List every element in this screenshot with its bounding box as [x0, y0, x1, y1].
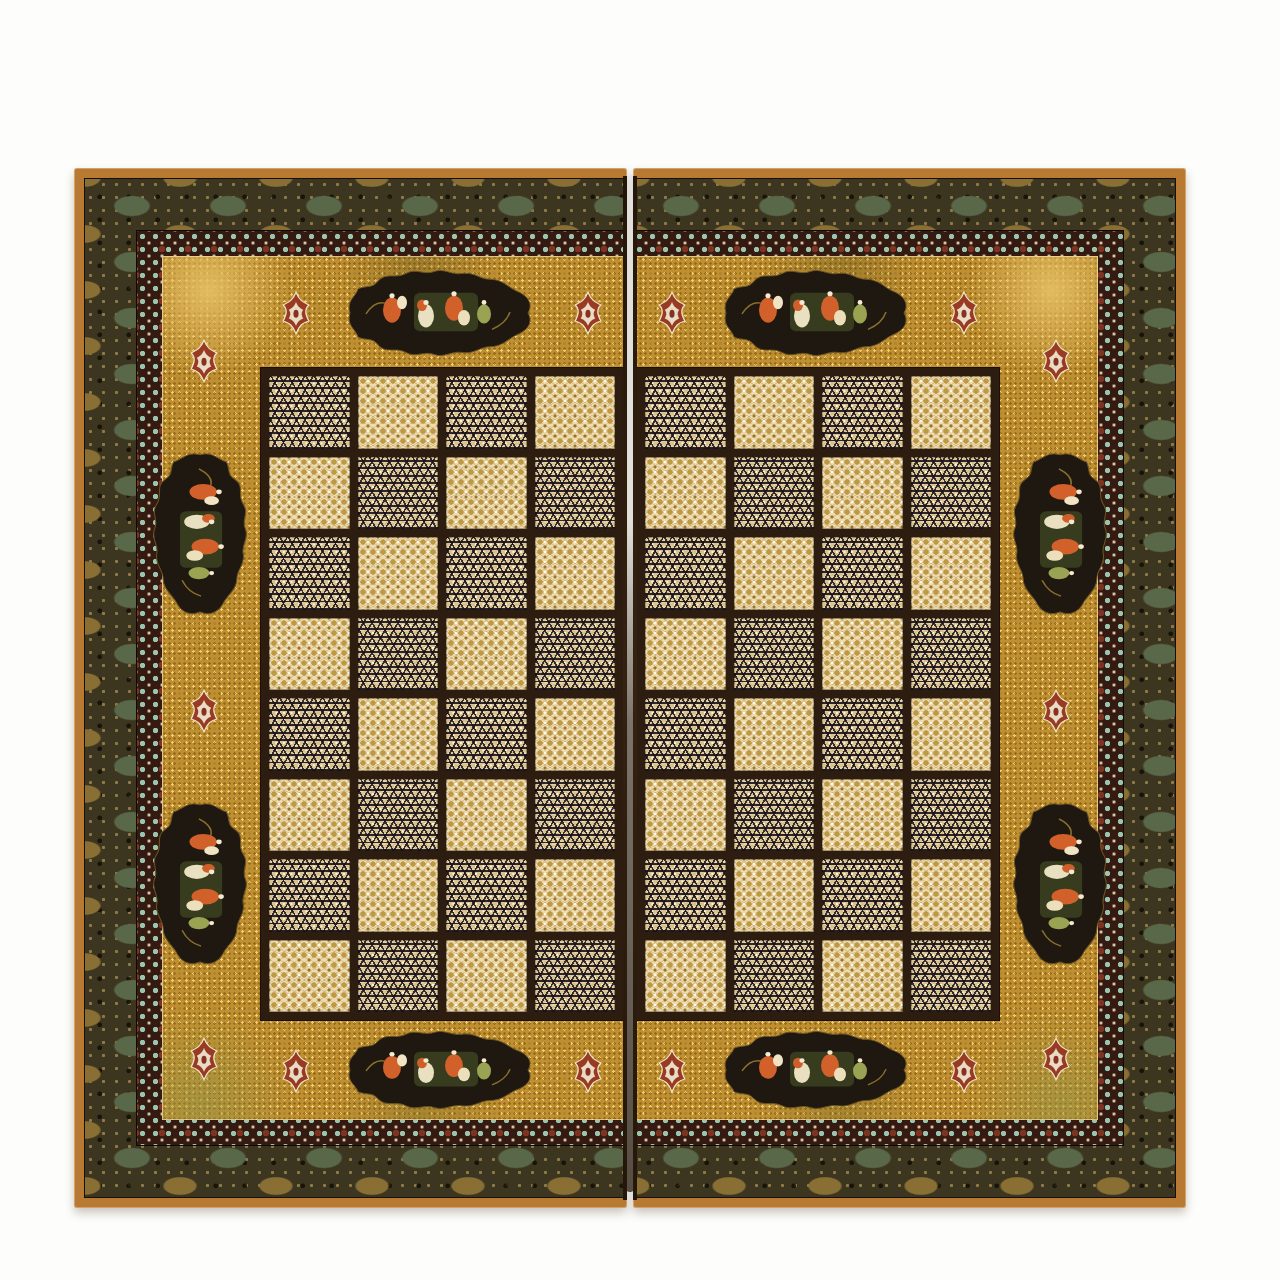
square-g7[interactable]: [822, 457, 903, 530]
pendant-icon: [572, 290, 604, 336]
square-b7[interactable]: [358, 457, 439, 530]
square-h3[interactable]: [911, 779, 992, 852]
square-h5[interactable]: [911, 618, 992, 691]
square-f4[interactable]: [734, 698, 815, 771]
square-c3[interactable]: [446, 779, 527, 852]
pendant-icon: [572, 1048, 604, 1094]
square-h6[interactable]: [911, 537, 992, 610]
pendant-icon: [1040, 688, 1072, 734]
square-c2[interactable]: [446, 859, 527, 932]
board-right-panel: [633, 168, 1186, 1208]
square-f8[interactable]: [734, 376, 815, 449]
square-e8[interactable]: [645, 376, 726, 449]
square-a5[interactable]: [269, 618, 350, 691]
square-d5[interactable]: [535, 618, 616, 691]
square-a2[interactable]: [269, 859, 350, 932]
square-c5[interactable]: [446, 618, 527, 691]
square-e3[interactable]: [645, 779, 726, 852]
square-c4[interactable]: [446, 698, 527, 771]
square-f3[interactable]: [734, 779, 815, 852]
square-e7[interactable]: [645, 457, 726, 530]
fold-hinge-edge: [633, 176, 637, 1200]
square-d2[interactable]: [535, 859, 616, 932]
pendant-icon: [280, 1048, 312, 1094]
square-g3[interactable]: [822, 779, 903, 852]
square-d6[interactable]: [535, 537, 616, 610]
pendant-icon: [188, 688, 220, 734]
square-e1[interactable]: [645, 940, 726, 1013]
square-g1[interactable]: [822, 940, 903, 1013]
square-d4[interactable]: [535, 698, 616, 771]
pendant-icon: [656, 290, 688, 336]
pendant-icon: [1040, 1036, 1072, 1082]
square-g5[interactable]: [822, 618, 903, 691]
pendant-icon: [948, 290, 980, 336]
square-b3[interactable]: [358, 779, 439, 852]
pendant-icon: [948, 1048, 980, 1094]
khatam-chess-board: [74, 168, 1186, 1208]
square-a3[interactable]: [269, 779, 350, 852]
miniature-medallion-icon: [698, 1022, 938, 1118]
pendant-icon: [280, 290, 312, 336]
square-b6[interactable]: [358, 537, 439, 610]
square-a6[interactable]: [269, 537, 350, 610]
photo-background: [0, 0, 1280, 1280]
square-b1[interactable]: [358, 940, 439, 1013]
square-h4[interactable]: [911, 698, 992, 771]
square-h7[interactable]: [911, 457, 992, 530]
square-d8[interactable]: [535, 376, 616, 449]
square-f7[interactable]: [734, 457, 815, 530]
miniature-medallion-icon: [1002, 430, 1118, 642]
pendant-icon: [188, 338, 220, 384]
miniature-medallion-icon: [322, 1022, 562, 1118]
miniature-medallion-icon: [1002, 780, 1118, 992]
square-g6[interactable]: [822, 537, 903, 610]
miniature-medallion-icon: [322, 260, 562, 366]
square-f5[interactable]: [734, 618, 815, 691]
chess-grid-right-files-e-h: [637, 368, 999, 1020]
square-c6[interactable]: [446, 537, 527, 610]
square-a7[interactable]: [269, 457, 350, 530]
fold-gap: [627, 522, 634, 1193]
square-c8[interactable]: [446, 376, 527, 449]
square-b2[interactable]: [358, 859, 439, 932]
miniature-medallion-icon: [142, 780, 258, 992]
square-b8[interactable]: [358, 376, 439, 449]
pendant-icon: [1040, 338, 1072, 384]
pendant-icon: [188, 1036, 220, 1082]
miniature-medallion-icon: [142, 430, 258, 642]
square-d1[interactable]: [535, 940, 616, 1013]
pendant-icon: [656, 1048, 688, 1094]
square-a1[interactable]: [269, 940, 350, 1013]
square-a8[interactable]: [269, 376, 350, 449]
square-a4[interactable]: [269, 698, 350, 771]
square-e2[interactable]: [645, 859, 726, 932]
square-c1[interactable]: [446, 940, 527, 1013]
square-f1[interactable]: [734, 940, 815, 1013]
square-e6[interactable]: [645, 537, 726, 610]
square-f6[interactable]: [734, 537, 815, 610]
chess-grid-left-files-a-d: [261, 368, 623, 1020]
board-left-panel: [74, 168, 627, 1208]
square-h8[interactable]: [911, 376, 992, 449]
square-e5[interactable]: [645, 618, 726, 691]
square-b4[interactable]: [358, 698, 439, 771]
square-g4[interactable]: [822, 698, 903, 771]
square-h2[interactable]: [911, 859, 992, 932]
square-g8[interactable]: [822, 376, 903, 449]
square-e4[interactable]: [645, 698, 726, 771]
square-f2[interactable]: [734, 859, 815, 932]
square-h1[interactable]: [911, 940, 992, 1013]
miniature-medallion-icon: [698, 260, 938, 366]
square-c7[interactable]: [446, 457, 527, 530]
square-b5[interactable]: [358, 618, 439, 691]
square-d3[interactable]: [535, 779, 616, 852]
square-g2[interactable]: [822, 859, 903, 932]
square-d7[interactable]: [535, 457, 616, 530]
